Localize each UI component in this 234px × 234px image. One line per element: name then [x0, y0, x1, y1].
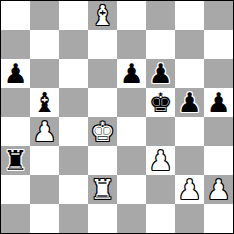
square-d4[interactable]: ♚ [88, 117, 117, 146]
square-a8[interactable] [1, 1, 30, 30]
white-king-d4[interactable]: ♚ [90, 117, 114, 146]
square-h1[interactable] [204, 204, 233, 233]
black-pawn-g5[interactable]: ♟ [177, 88, 201, 117]
square-g1[interactable] [175, 204, 204, 233]
square-a2[interactable] [1, 175, 30, 204]
square-c7[interactable] [59, 30, 88, 59]
black-pawn-h5[interactable]: ♟ [206, 88, 230, 117]
square-b5[interactable]: ♝ [30, 88, 59, 117]
square-d2[interactable]: ♜ [88, 175, 117, 204]
square-f3[interactable]: ♟ [146, 146, 175, 175]
white-pawn-f3[interactable]: ♟ [148, 146, 172, 175]
square-h7[interactable] [204, 30, 233, 59]
square-f5[interactable]: ♚ [146, 88, 175, 117]
square-g7[interactable] [175, 30, 204, 59]
square-a3[interactable]: ♜ [1, 146, 30, 175]
square-e6[interactable]: ♟ [117, 59, 146, 88]
square-d1[interactable] [88, 204, 117, 233]
square-e2[interactable] [117, 175, 146, 204]
square-b6[interactable] [30, 59, 59, 88]
square-d8[interactable]: ♝ [88, 1, 117, 30]
square-g2[interactable]: ♟ [175, 175, 204, 204]
square-c2[interactable] [59, 175, 88, 204]
square-b4[interactable]: ♟ [30, 117, 59, 146]
square-d6[interactable] [88, 59, 117, 88]
black-pawn-f6[interactable]: ♟ [148, 59, 172, 88]
square-e3[interactable] [117, 146, 146, 175]
square-g5[interactable]: ♟ [175, 88, 204, 117]
white-pawn-g2[interactable]: ♟ [177, 175, 201, 204]
square-c4[interactable] [59, 117, 88, 146]
square-f6[interactable]: ♟ [146, 59, 175, 88]
square-d7[interactable] [88, 30, 117, 59]
white-rook-d2[interactable]: ♜ [90, 175, 114, 204]
square-e5[interactable] [117, 88, 146, 117]
square-h2[interactable]: ♟ [204, 175, 233, 204]
square-e8[interactable] [117, 1, 146, 30]
black-pawn-e6[interactable]: ♟ [119, 59, 143, 88]
square-b8[interactable] [30, 1, 59, 30]
square-b1[interactable] [30, 204, 59, 233]
black-rook-a3[interactable]: ♜ [3, 146, 27, 175]
chess-board: ♝♟♟♟♝♚♟♟♟♚♜♟♜♟♟ [0, 0, 234, 234]
square-h4[interactable] [204, 117, 233, 146]
square-c1[interactable] [59, 204, 88, 233]
square-c8[interactable] [59, 1, 88, 30]
square-d5[interactable] [88, 88, 117, 117]
square-a7[interactable] [1, 30, 30, 59]
square-e1[interactable] [117, 204, 146, 233]
square-f7[interactable] [146, 30, 175, 59]
white-pawn-h2[interactable]: ♟ [206, 175, 230, 204]
square-b3[interactable] [30, 146, 59, 175]
square-c5[interactable] [59, 88, 88, 117]
square-g8[interactable] [175, 1, 204, 30]
square-a6[interactable]: ♟ [1, 59, 30, 88]
square-d3[interactable] [88, 146, 117, 175]
square-g6[interactable] [175, 59, 204, 88]
square-h5[interactable]: ♟ [204, 88, 233, 117]
square-b2[interactable] [30, 175, 59, 204]
square-e7[interactable] [117, 30, 146, 59]
square-a1[interactable] [1, 204, 30, 233]
square-a4[interactable] [1, 117, 30, 146]
square-b7[interactable] [30, 30, 59, 59]
square-f1[interactable] [146, 204, 175, 233]
square-h3[interactable] [204, 146, 233, 175]
white-bishop-d8[interactable]: ♝ [90, 1, 114, 30]
square-g4[interactable] [175, 117, 204, 146]
square-h8[interactable] [204, 1, 233, 30]
square-f4[interactable] [146, 117, 175, 146]
black-bishop-b5[interactable]: ♝ [32, 88, 56, 117]
square-f8[interactable] [146, 1, 175, 30]
square-f2[interactable] [146, 175, 175, 204]
black-pawn-a6[interactable]: ♟ [3, 59, 27, 88]
black-king-f5[interactable]: ♚ [148, 88, 172, 117]
square-c3[interactable] [59, 146, 88, 175]
white-pawn-b4[interactable]: ♟ [32, 117, 56, 146]
square-c6[interactable] [59, 59, 88, 88]
square-a5[interactable] [1, 88, 30, 117]
square-h6[interactable] [204, 59, 233, 88]
square-g3[interactable] [175, 146, 204, 175]
square-e4[interactable] [117, 117, 146, 146]
